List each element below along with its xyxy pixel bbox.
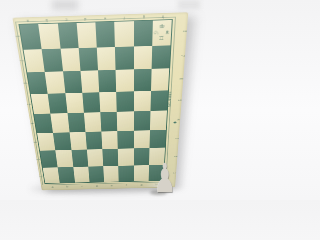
rank-label-left: 2 <box>35 159 39 160</box>
square-h4 <box>150 110 167 130</box>
square-f5 <box>116 91 133 112</box>
square-d6 <box>80 70 99 92</box>
rank-label-left: 3 <box>32 142 36 143</box>
square-b2 <box>56 150 73 167</box>
corner-emblem-logo: ♔♘♗♖ <box>155 24 169 41</box>
backdrop-crease-shadow <box>52 0 78 10</box>
square-c1 <box>73 166 89 182</box>
rank-label-right: 6 <box>178 78 182 80</box>
square-g1 <box>134 165 149 181</box>
square-g7 <box>134 46 152 70</box>
rank-label-left: 4 <box>29 123 33 125</box>
square-c6 <box>63 71 82 93</box>
rank-label-right: 5 <box>177 99 181 101</box>
file-label-top: d <box>84 16 87 20</box>
square-c3 <box>69 132 87 150</box>
rank-label-left: 5 <box>25 103 29 105</box>
square-b4 <box>51 113 70 132</box>
square-d3 <box>85 131 102 149</box>
square-d8 <box>76 22 96 47</box>
rank-label-right: 8 <box>182 31 187 33</box>
backdrop-corner-shadow <box>178 0 200 9</box>
square-d1 <box>88 166 104 182</box>
square-h8: ♔♘♗♖ <box>152 20 172 46</box>
file-label-top: g <box>142 14 145 18</box>
rank-label-left: 1 <box>38 175 42 176</box>
square-f8 <box>114 21 133 46</box>
file-label-top: a <box>26 18 29 22</box>
square-c7 <box>60 48 80 72</box>
square-g5 <box>134 91 151 112</box>
square-b7 <box>42 48 63 72</box>
square-f3 <box>117 130 133 148</box>
file-label-top: c <box>65 17 68 21</box>
file-label-top: b <box>45 17 48 21</box>
rank-label-right: 7 <box>180 55 184 57</box>
square-d5 <box>82 92 100 113</box>
square-e4 <box>100 112 117 131</box>
photo-scene: ♔♘♗♖ aabbccddeeffgghh1122334455667788 ST… <box>0 0 200 200</box>
file-label-top: h <box>162 14 165 18</box>
square-e7 <box>97 47 116 71</box>
grey-pawn-piece: ♟ <box>154 158 176 198</box>
brand-side-text: STAUNTON <box>167 92 172 108</box>
square-c8 <box>57 23 78 48</box>
square-d4 <box>84 112 102 131</box>
file-label-top: e <box>104 16 107 20</box>
square-c5 <box>65 92 84 113</box>
square-d2 <box>87 149 104 166</box>
square-c2 <box>71 150 88 167</box>
square-e1 <box>103 166 119 182</box>
square-h6 <box>151 68 169 90</box>
square-h7 <box>151 45 170 69</box>
square-f4 <box>117 111 134 130</box>
square-g4 <box>134 111 151 131</box>
chess-grid: ♔♘♗♖ <box>18 19 172 184</box>
square-h3 <box>149 130 166 148</box>
square-g2 <box>134 148 150 165</box>
rank-label-right: 3 <box>174 138 178 139</box>
square-g6 <box>134 69 152 91</box>
square-e5 <box>99 91 117 112</box>
square-e3 <box>101 131 118 149</box>
square-f2 <box>118 148 134 165</box>
rank-label-left: 7 <box>18 60 22 62</box>
emblem-piece-glyph: ♖ <box>158 36 164 41</box>
square-f6 <box>116 69 134 91</box>
rank-label-left: 6 <box>22 82 26 84</box>
square-f7 <box>115 46 133 70</box>
square-b3 <box>53 132 71 150</box>
square-d7 <box>78 47 98 71</box>
square-g8 <box>134 21 153 47</box>
square-b1 <box>58 167 75 183</box>
square-e6 <box>98 70 116 92</box>
square-e8 <box>95 22 115 47</box>
square-b5 <box>48 93 67 114</box>
square-g3 <box>134 130 150 148</box>
square-c4 <box>67 113 85 132</box>
square-b6 <box>45 71 65 93</box>
square-f1 <box>118 165 133 181</box>
brand-diamond-logo-icon: ◆ <box>173 120 177 124</box>
rank-label-left: 8 <box>14 36 19 38</box>
square-e2 <box>102 149 118 166</box>
file-label-top: f <box>124 15 125 19</box>
emblem-piece-glyph: ♗ <box>164 30 170 36</box>
square-h5 <box>150 90 168 111</box>
